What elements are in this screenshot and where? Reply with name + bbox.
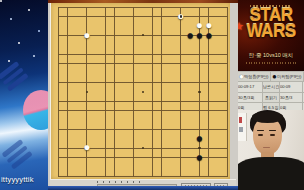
white-player-cell: ● 박정환(P9단) [238, 72, 271, 81]
star-point [142, 34, 144, 36]
match-info-panel: ● 박정환(P9단) ● 미위팅(P9단) 00:09:17 남은시간 00:0… [238, 71, 304, 110]
stone-black-R16: ● [204, 31, 213, 40]
background-shelf [238, 113, 247, 141]
stone-black-Q5: ● [195, 134, 204, 143]
player-fringe [252, 112, 283, 123]
white-time: 00:09:17 [238, 82, 263, 92]
star-point [198, 147, 200, 149]
black-player-name: 미위팅(P9단) [277, 74, 302, 80]
stone-white-R17: ● [204, 21, 213, 30]
stone-black-P16: ● [185, 31, 194, 40]
star-point [142, 91, 144, 93]
black-byoyomi: 30초/3 [280, 93, 303, 103]
stone-black-Q16: ● [195, 31, 204, 40]
flag-trigram-icon [0, 61, 30, 94]
korean-flag-backdrop: ittyyyyttik [0, 0, 48, 190]
time-label: 남은시간 [263, 82, 280, 92]
ad-title-bottom: WARS [238, 24, 304, 40]
stone-white-D4: ● [82, 143, 91, 152]
webcam-view [238, 110, 304, 190]
white-player-name: 박정환(P9단) [244, 74, 269, 80]
star-point [198, 91, 200, 93]
star-wars-ad[interactable]: STAR WARS 한·중 10vs10 매치 ★ [238, 0, 304, 71]
stone-white-Q17: ● [195, 21, 204, 30]
flag-trigram-icon-faint [2, 139, 35, 172]
go-board[interactable]: ●●●●●●●●●● [50, 3, 230, 179]
stone-white-D16: ● [82, 31, 91, 40]
black-time: 00:09 [280, 82, 303, 92]
player-shirt [238, 157, 304, 190]
stone-black-Q3: ● [195, 153, 204, 162]
go-client-window: ●●●●●●●●●● [48, 0, 238, 190]
stones-layer: ●●●●●●●●●● [54, 2, 232, 180]
stream-frame: ittyyyyttik ●●●●●●●●●● STAR WARS 한·중 10v… [0, 0, 304, 190]
right-column: STAR WARS 한·중 10vs10 매치 ★ ● 박정환(P9단) ● 미… [238, 0, 304, 190]
taegeuk-icon [23, 90, 48, 130]
star-point [142, 147, 144, 149]
star-specks [0, 0, 2, 2]
streamer-name: ittyyyyttik [1, 175, 34, 184]
board-toolbar [50, 179, 236, 186]
red-star-icon: ★ [238, 20, 244, 33]
star-point [86, 91, 88, 93]
ad-subtitle: 한·중 10vs10 매치 [238, 52, 304, 59]
black-player-cell: ● 미위팅(P9단) [271, 72, 304, 81]
last-move-marker [180, 15, 182, 17]
byoyomi-label: 초읽기 [263, 93, 280, 103]
ad-small-text-bottom [246, 62, 296, 64]
stone-white-O18: ● [176, 12, 185, 21]
white-byoyomi: 30초/3회 [238, 93, 263, 103]
window-taskbar [48, 186, 238, 190]
ad-title: STAR WARS [238, 8, 304, 40]
